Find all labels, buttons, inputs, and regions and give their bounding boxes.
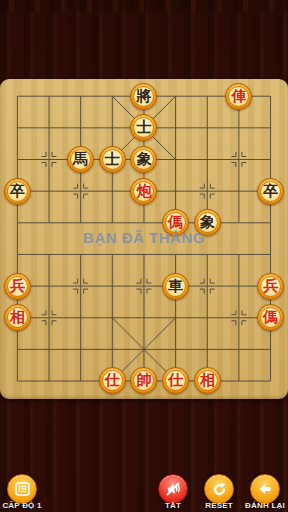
black-elephant-glyph: 象 <box>133 149 154 170</box>
red-soldier-glyph: 兵 <box>260 276 281 297</box>
black-soldier-glyph: 卒 <box>7 181 28 202</box>
red-horse[interactable]: 傌 <box>257 304 284 331</box>
red-advisor[interactable]: 仕 <box>162 367 189 394</box>
mute-speaker-icon <box>165 481 181 497</box>
red-horse-glyph: 傌 <box>260 307 281 328</box>
game-screen: 將俥士馬士象卒炮卒傌象兵車兵相傌仕帥仕相 BẠN ĐÃ THẮNG CẤP ĐỘ… <box>0 0 288 512</box>
replay-button-label: ĐÁNH LẠI <box>230 501 288 510</box>
black-advisor[interactable]: 士 <box>130 114 157 141</box>
red-elephant-glyph: 相 <box>197 370 218 391</box>
red-soldier[interactable]: 兵 <box>4 273 31 300</box>
red-advisor-glyph: 仕 <box>165 370 186 391</box>
win-message: BẠN ĐÃ THẮNG <box>0 229 288 253</box>
black-soldier[interactable]: 卒 <box>257 178 284 205</box>
reset-refresh-icon <box>211 481 228 498</box>
replay-button[interactable] <box>250 474 280 504</box>
level-button[interactable] <box>7 474 37 504</box>
black-advisor-glyph: 士 <box>102 149 123 170</box>
red-soldier-glyph: 兵 <box>7 276 28 297</box>
black-horse-glyph: 馬 <box>70 149 91 170</box>
red-elephant[interactable]: 相 <box>194 367 221 394</box>
xiangqi-board[interactable]: 將俥士馬士象卒炮卒傌象兵車兵相傌仕帥仕相 BẠN ĐÃ THẮNG <box>0 79 288 399</box>
black-soldier[interactable]: 卒 <box>4 178 31 205</box>
level-button-label: CẤP ĐỘ 1 <box>0 501 57 510</box>
red-cannon-glyph: 炮 <box>133 181 154 202</box>
black-general-glyph: 將 <box>133 86 154 107</box>
mute-button[interactable] <box>158 474 188 504</box>
black-elephant[interactable]: 象 <box>130 146 157 173</box>
black-horse[interactable]: 馬 <box>67 146 94 173</box>
back-arrow-icon <box>257 481 273 497</box>
level-list-icon <box>14 481 31 498</box>
red-elephant[interactable]: 相 <box>4 304 31 331</box>
black-chariot-glyph: 車 <box>165 276 186 297</box>
red-general[interactable]: 帥 <box>130 367 157 394</box>
black-advisor[interactable]: 士 <box>99 146 126 173</box>
red-advisor-glyph: 仕 <box>102 370 123 391</box>
red-chariot-glyph: 俥 <box>228 86 249 107</box>
black-chariot[interactable]: 車 <box>162 273 189 300</box>
black-general[interactable]: 將 <box>130 83 157 110</box>
red-soldier[interactable]: 兵 <box>257 273 284 300</box>
red-general-glyph: 帥 <box>133 370 154 391</box>
red-cannon[interactable]: 炮 <box>130 178 157 205</box>
red-elephant-glyph: 相 <box>7 307 28 328</box>
black-soldier-glyph: 卒 <box>260 181 281 202</box>
red-chariot[interactable]: 俥 <box>225 83 252 110</box>
black-advisor-glyph: 士 <box>133 117 154 138</box>
reset-button[interactable] <box>204 474 234 504</box>
red-advisor[interactable]: 仕 <box>99 367 126 394</box>
top-texture-strip <box>0 0 288 12</box>
